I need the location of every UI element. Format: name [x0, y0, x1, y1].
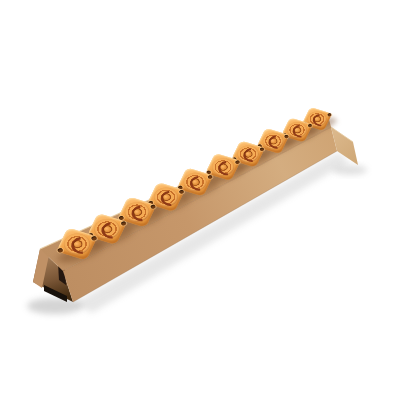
product-photo — [0, 0, 400, 400]
mounting-hole-right — [284, 134, 289, 138]
mounting-hole-right — [120, 221, 126, 226]
mounting-hole-right — [327, 113, 332, 117]
mounting-hole-right — [150, 204, 156, 209]
mounting-hole-right — [235, 160, 241, 164]
mounting-hole-right — [207, 174, 213, 179]
mounting-hole-right — [259, 147, 264, 151]
mounting-hole-right — [307, 123, 312, 127]
connector-row — [0, 0, 400, 400]
mounting-hole-right — [91, 235, 98, 240]
mounting-hole-right — [178, 189, 184, 194]
